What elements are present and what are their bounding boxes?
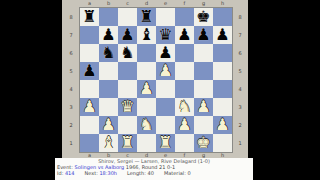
square-d4: ♟	[137, 80, 156, 98]
white-pawn-piece: ♟	[196, 98, 210, 116]
square-e4	[156, 80, 175, 98]
square-b1: ♝	[99, 134, 118, 152]
square-c2	[118, 116, 137, 134]
square-g7: ♟	[194, 26, 213, 44]
black-rook-piece: ♜	[139, 8, 153, 26]
square-e3	[156, 98, 175, 116]
rank-label: 5	[232, 62, 248, 80]
square-g4	[194, 80, 213, 98]
rank-label: 2	[232, 116, 248, 134]
rank-labels-right: 87654321	[232, 8, 248, 152]
square-g6	[194, 44, 213, 62]
square-c8	[118, 8, 137, 26]
black-pawn-piece: ♟	[177, 26, 191, 44]
rank-label: 8	[62, 8, 80, 26]
black-knight-piece: ♞	[101, 44, 115, 62]
square-b5	[99, 62, 118, 80]
square-h4	[213, 80, 232, 98]
square-b8	[99, 8, 118, 26]
square-b3	[99, 98, 118, 116]
square-d2: ♞	[137, 116, 156, 134]
black-bishop-piece: ♝	[139, 26, 153, 44]
square-c5	[118, 62, 137, 80]
square-c6: ♞	[118, 44, 137, 62]
square-g8: ♚	[194, 8, 213, 26]
file-label: d	[137, 0, 156, 8]
black-pawn-piece: ♟	[196, 26, 210, 44]
square-h2: ♟	[213, 116, 232, 134]
square-a6	[80, 44, 99, 62]
square-d3	[137, 98, 156, 116]
square-d1	[137, 134, 156, 152]
square-e8	[156, 8, 175, 26]
file-label: f	[175, 0, 194, 8]
black-rook-piece: ♜	[82, 8, 96, 26]
black-pawn-piece: ♟	[120, 26, 134, 44]
square-b6: ♞	[99, 44, 118, 62]
white-rook-piece: ♜	[120, 134, 134, 152]
square-h6	[213, 44, 232, 62]
square-a2	[80, 116, 99, 134]
rank-label: 3	[62, 98, 80, 116]
file-label: e	[156, 0, 175, 8]
square-b4	[99, 80, 118, 98]
white-pawn-piece: ♟	[139, 80, 153, 98]
white-pawn-piece: ♟	[158, 62, 172, 80]
black-knight-piece: ♞	[120, 44, 134, 62]
square-f6	[175, 44, 194, 62]
square-d8: ♜	[137, 8, 156, 26]
white-queen-piece: ♛	[120, 98, 134, 116]
square-f7: ♟	[175, 26, 194, 44]
square-e2	[156, 116, 175, 134]
square-e7: ♛	[156, 26, 175, 44]
rank-label: 4	[62, 80, 80, 98]
square-d5	[137, 62, 156, 80]
white-knight-piece: ♞	[177, 98, 191, 116]
caption-panel: Shirov, Sergei — Larsen, Rive Delagard (…	[55, 158, 253, 180]
square-f1	[175, 134, 194, 152]
white-rook-piece: ♜	[158, 134, 172, 152]
square-g2	[194, 116, 213, 134]
rank-labels-left: 87654321	[62, 8, 80, 152]
square-b7: ♟	[99, 26, 118, 44]
square-a4	[80, 80, 99, 98]
white-bishop-piece: ♝	[101, 134, 115, 152]
black-pawn-piece: ♟	[82, 62, 96, 80]
rank-label: 5	[62, 62, 80, 80]
file-label: c	[118, 0, 137, 8]
black-queen-piece: ♛	[158, 26, 172, 44]
square-c4	[118, 80, 137, 98]
square-e6: ♟	[156, 44, 175, 62]
square-d6	[137, 44, 156, 62]
rank-label: 8	[232, 8, 248, 26]
rank-label: 3	[232, 98, 248, 116]
square-f3: ♞	[175, 98, 194, 116]
stat-next: Next: 18:30h	[84, 170, 117, 176]
chess-board: ♜♜♚♟♟♝♛♟♟♟♞♞♟♟♟♟♟♛♞♟♟♞♟♟♝♜♜♚	[80, 8, 232, 152]
rank-label: 7	[62, 26, 80, 44]
square-c3: ♛	[118, 98, 137, 116]
black-pawn-piece: ♟	[158, 44, 172, 62]
black-king-piece: ♚	[196, 8, 210, 26]
white-king-piece: ♚	[196, 134, 210, 152]
square-g3: ♟	[194, 98, 213, 116]
square-h7: ♟	[213, 26, 232, 44]
video-frame: abcdefgh 87654321 ♜♜♚♟♟♝♛♟♟♟♞♞♟♟♟♟♟♛♞♟♟♞…	[0, 0, 320, 180]
rank-label: 7	[232, 26, 248, 44]
black-pawn-piece: ♟	[101, 26, 115, 44]
file-label: a	[80, 0, 99, 8]
stat-length: Length: 40	[127, 170, 154, 176]
rank-label: 6	[62, 44, 80, 62]
square-g5	[194, 62, 213, 80]
square-h1	[213, 134, 232, 152]
square-f5	[175, 62, 194, 80]
square-f2: ♟	[175, 116, 194, 134]
rank-label: 2	[62, 116, 80, 134]
white-pawn-piece: ♟	[101, 116, 115, 134]
file-label: g	[194, 0, 213, 8]
file-label: b	[99, 0, 118, 8]
square-c7: ♟	[118, 26, 137, 44]
black-pawn-piece: ♟	[215, 26, 229, 44]
square-f4	[175, 80, 194, 98]
white-pawn-piece: ♟	[177, 116, 191, 134]
square-h8	[213, 8, 232, 26]
rank-label: 1	[62, 134, 80, 152]
square-e5: ♟	[156, 62, 175, 80]
square-a3: ♟	[80, 98, 99, 116]
square-d7: ♝	[137, 26, 156, 44]
stat-material: Material: 0	[164, 170, 191, 176]
square-a7	[80, 26, 99, 44]
square-e1: ♜	[156, 134, 175, 152]
file-label: h	[213, 0, 232, 8]
square-b2: ♟	[99, 116, 118, 134]
chess-board-frame: abcdefgh 87654321 ♜♜♚♟♟♝♛♟♟♟♞♞♟♟♟♟♟♛♞♟♟♞…	[62, 0, 248, 158]
white-pawn-piece: ♟	[215, 116, 229, 134]
white-pawn-piece: ♟	[82, 98, 96, 116]
square-f8	[175, 8, 194, 26]
square-g1: ♚	[194, 134, 213, 152]
file-labels-top: abcdefgh	[80, 0, 232, 8]
stats-line: Id: 414 Next: 18:30h Length: 40 Material…	[55, 170, 253, 176]
square-h5	[213, 62, 232, 80]
square-c1: ♜	[118, 134, 137, 152]
rank-label: 6	[232, 44, 248, 62]
square-h3	[213, 98, 232, 116]
rank-label: 1	[232, 134, 248, 152]
stat-id: Id: 414	[57, 170, 74, 176]
square-a1	[80, 134, 99, 152]
rank-label: 4	[232, 80, 248, 98]
square-a8: ♜	[80, 8, 99, 26]
white-knight-piece: ♞	[139, 116, 153, 134]
square-a5: ♟	[80, 62, 99, 80]
